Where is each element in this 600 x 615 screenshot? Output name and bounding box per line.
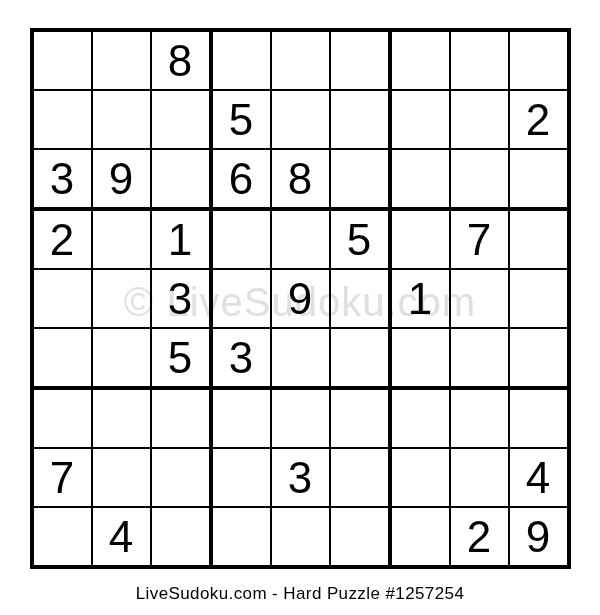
cell-r1c4[interactable] [213,32,270,89]
cell-r9c5[interactable] [272,508,329,565]
box-6: 71 [392,211,567,386]
cell-r1c3[interactable]: 8 [152,32,209,89]
cell-r4c8[interactable]: 7 [451,211,508,268]
cell-r3c4[interactable]: 6 [213,150,270,207]
cell-r3c3[interactable] [152,150,209,207]
cell-r1c5[interactable] [272,32,329,89]
cell-r3c1[interactable]: 3 [34,150,91,207]
cell-r6c6[interactable] [331,329,388,386]
cell-r5c4[interactable] [213,270,270,327]
cell-r3c2[interactable]: 9 [93,150,150,207]
cell-r8c3[interactable] [152,449,209,506]
cell-r3c5[interactable]: 8 [272,150,329,207]
cell-r1c8[interactable] [451,32,508,89]
cell-r4c5[interactable] [272,211,329,268]
cell-r8c9[interactable]: 4 [510,449,567,506]
cell-r2c4[interactable]: 5 [213,91,270,148]
cell-r1c9[interactable] [510,32,567,89]
cell-r9c4[interactable] [213,508,270,565]
cell-r3c9[interactable] [510,150,567,207]
cell-r3c6[interactable] [331,150,388,207]
cell-r6c2[interactable] [93,329,150,386]
cell-r2c5[interactable] [272,91,329,148]
cell-r1c2[interactable] [93,32,150,89]
cell-r9c1[interactable] [34,508,91,565]
box-3: 2 [392,32,567,207]
cell-r4c9[interactable] [510,211,567,268]
page: 8395682213559371743429 © LiveSudoku.com … [0,0,600,615]
cell-r2c7[interactable] [392,91,449,148]
cell-r9c3[interactable] [152,508,209,565]
cell-r8c7[interactable] [392,449,449,506]
cell-r7c2[interactable] [93,390,150,447]
cell-r5c8[interactable] [451,270,508,327]
cell-r7c3[interactable] [152,390,209,447]
cell-r9c8[interactable]: 2 [451,508,508,565]
box-8: 3 [213,390,388,565]
cell-r2c1[interactable] [34,91,91,148]
cell-r7c4[interactable] [213,390,270,447]
cell-r9c6[interactable] [331,508,388,565]
box-2: 568 [213,32,388,207]
cell-r9c2[interactable]: 4 [93,508,150,565]
cell-r6c1[interactable] [34,329,91,386]
cell-r8c4[interactable] [213,449,270,506]
box-9: 429 [392,390,567,565]
sudoku-grid: 8395682213559371743429 [30,28,571,569]
cell-r2c3[interactable] [152,91,209,148]
cell-r5c2[interactable] [93,270,150,327]
cell-r6c5[interactable] [272,329,329,386]
sudoku-board: 8395682213559371743429 © LiveSudoku.com [30,28,571,569]
cell-r9c9[interactable]: 9 [510,508,567,565]
cell-r3c8[interactable] [451,150,508,207]
cell-r5c7[interactable]: 1 [392,270,449,327]
cell-r8c1[interactable]: 7 [34,449,91,506]
box-4: 2135 [34,211,209,386]
cell-r6c4[interactable]: 3 [213,329,270,386]
cell-r1c1[interactable] [34,32,91,89]
cell-r6c8[interactable] [451,329,508,386]
cell-r7c9[interactable] [510,390,567,447]
cell-r3c7[interactable] [392,150,449,207]
cell-r8c5[interactable]: 3 [272,449,329,506]
cell-r5c6[interactable] [331,270,388,327]
cell-r8c2[interactable] [93,449,150,506]
cell-r4c3[interactable]: 1 [152,211,209,268]
cell-r8c8[interactable] [451,449,508,506]
cell-r9c7[interactable] [392,508,449,565]
box-7: 74 [34,390,209,565]
cell-r2c6[interactable] [331,91,388,148]
box-5: 593 [213,211,388,386]
cell-r8c6[interactable] [331,449,388,506]
cell-r5c3[interactable]: 3 [152,270,209,327]
cell-r2c8[interactable] [451,91,508,148]
cell-r4c7[interactable] [392,211,449,268]
cell-r4c6[interactable]: 5 [331,211,388,268]
cell-r4c1[interactable]: 2 [34,211,91,268]
cell-r1c7[interactable] [392,32,449,89]
box-1: 839 [34,32,209,207]
cell-r7c7[interactable] [392,390,449,447]
cell-r6c3[interactable]: 5 [152,329,209,386]
cell-r5c1[interactable] [34,270,91,327]
cell-r1c6[interactable] [331,32,388,89]
cell-r2c2[interactable] [93,91,150,148]
cell-r4c4[interactable] [213,211,270,268]
cell-r6c7[interactable] [392,329,449,386]
cell-r7c6[interactable] [331,390,388,447]
cell-r7c5[interactable] [272,390,329,447]
cell-r5c9[interactable] [510,270,567,327]
cell-r6c9[interactable] [510,329,567,386]
cell-r4c2[interactable] [93,211,150,268]
cell-r2c9[interactable]: 2 [510,91,567,148]
cell-r7c1[interactable] [34,390,91,447]
caption: LiveSudoku.com - Hard Puzzle #1257254 [0,584,600,604]
cell-r5c5[interactable]: 9 [272,270,329,327]
cell-r7c8[interactable] [451,390,508,447]
